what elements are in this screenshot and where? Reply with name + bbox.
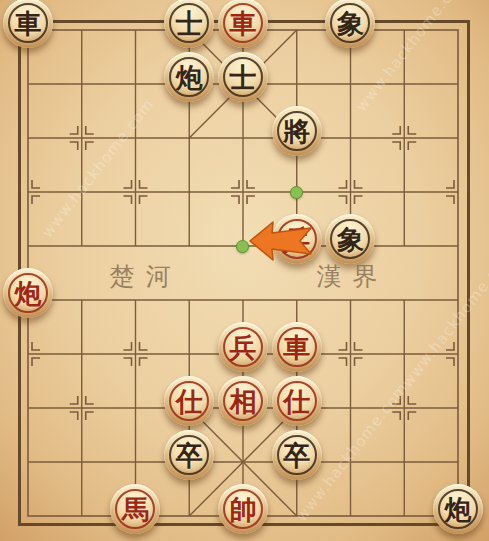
piece-red-soldier[interactable]: 兵 [218, 322, 268, 372]
piece-character: 車 [14, 10, 41, 37]
river-label-left: 楚河 [99, 260, 182, 293]
piece-black-advisor[interactable]: 士 [164, 0, 214, 48]
piece-red-general[interactable]: 帥 [218, 484, 268, 534]
piece-character: 象 [337, 226, 364, 253]
piece-black-elephant[interactable]: 象 [325, 214, 375, 264]
piece-red-chariot[interactable]: 車 [218, 0, 268, 48]
piece-black-chariot[interactable]: 車 [3, 0, 53, 48]
move-target-dot[interactable] [290, 186, 303, 199]
piece-character: 仕 [283, 388, 310, 415]
piece-red-advisor[interactable]: 仕 [164, 376, 214, 426]
piece-character: 炮 [14, 280, 41, 307]
piece-character: 卒 [176, 442, 203, 469]
piece-character: 帥 [229, 496, 256, 523]
piece-character: 兵 [283, 226, 310, 253]
piece-character: 車 [283, 334, 310, 361]
piece-red-elephant[interactable]: 相 [218, 376, 268, 426]
piece-character: 車 [229, 10, 256, 37]
piece-character: 炮 [176, 64, 203, 91]
piece-character: 卒 [283, 442, 310, 469]
piece-character: 士 [176, 10, 203, 37]
piece-black-general[interactable]: 將 [272, 106, 322, 156]
river-label-right: 漢界 [306, 260, 389, 293]
piece-character: 炮 [444, 496, 471, 523]
piece-red-advisor[interactable]: 仕 [272, 376, 322, 426]
xiangqi-board[interactable]: 車士車象炮士將兵象炮兵車仕相仕卒卒馬帥炮 楚河 漢界 www.hackhome.… [0, 0, 489, 541]
piece-character: 象 [337, 10, 364, 37]
piece-character: 兵 [229, 334, 256, 361]
piece-character: 相 [229, 388, 256, 415]
piece-red-cannon[interactable]: 炮 [3, 268, 53, 318]
piece-red-horse[interactable]: 馬 [110, 484, 160, 534]
piece-red-soldier[interactable]: 兵 [272, 214, 322, 264]
piece-black-cannon[interactable]: 炮 [433, 484, 483, 534]
piece-black-soldier[interactable]: 卒 [272, 430, 322, 480]
piece-character: 士 [229, 64, 256, 91]
piece-red-chariot[interactable]: 車 [272, 322, 322, 372]
piece-black-elephant[interactable]: 象 [325, 0, 375, 48]
piece-black-soldier[interactable]: 卒 [164, 430, 214, 480]
piece-grid: 車士車象炮士將兵象炮兵車仕相仕卒卒馬帥炮 [1, 3, 485, 541]
piece-character: 將 [283, 118, 310, 145]
piece-black-advisor[interactable]: 士 [218, 52, 268, 102]
piece-character: 仕 [176, 388, 203, 415]
piece-character: 馬 [122, 496, 149, 523]
move-target-dot[interactable] [236, 240, 249, 253]
piece-black-cannon[interactable]: 炮 [164, 52, 214, 102]
